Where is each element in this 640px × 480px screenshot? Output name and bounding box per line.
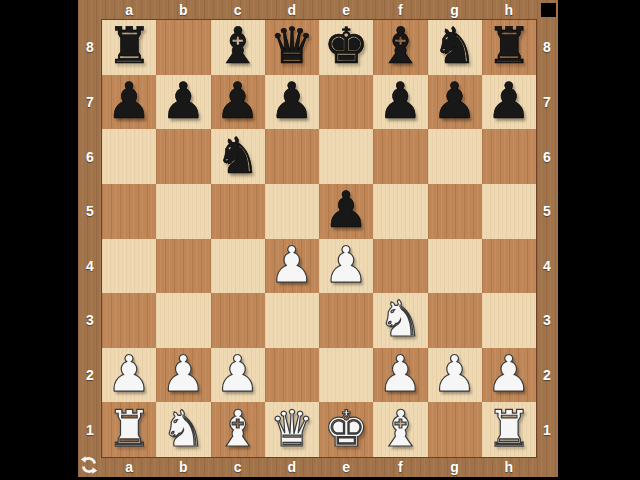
square-e8[interactable]: ♚ xyxy=(319,20,373,75)
piece-black-rook[interactable]: ♜ xyxy=(486,21,531,71)
square-c8[interactable]: ♝ xyxy=(211,20,265,75)
square-b7[interactable]: ♟ xyxy=(156,75,210,130)
square-g7[interactable]: ♟ xyxy=(428,75,482,130)
rank-label-7: 7 xyxy=(536,75,558,130)
file-label-h: h xyxy=(482,457,536,477)
chessboard-frame: abcdefgh ♜♝♛♚♝♞♜♟♟♟♟♟♟♟♞♟♟♟♞♟♟♟♟♟♟♜♞♝♛♚♝… xyxy=(78,0,558,477)
square-h4[interactable] xyxy=(482,239,536,294)
file-label-e: e xyxy=(319,0,373,20)
rank-label-5: 5 xyxy=(78,184,102,239)
square-b3[interactable] xyxy=(156,293,210,348)
video-frame: abcdefgh ♜♝♛♚♝♞♜♟♟♟♟♟♟♟♞♟♟♟♞♟♟♟♟♟♟♜♞♝♛♚♝… xyxy=(0,0,640,480)
file-label-a: a xyxy=(102,0,156,20)
piece-black-pawn[interactable]: ♟ xyxy=(432,76,477,126)
piece-white-knight[interactable]: ♞ xyxy=(378,294,423,344)
square-c1[interactable]: ♝ xyxy=(211,402,265,457)
file-labels-top: abcdefgh xyxy=(102,0,536,20)
file-label-f: f xyxy=(373,0,427,20)
square-e6[interactable] xyxy=(319,129,373,184)
side-to-move-indicator xyxy=(541,3,556,17)
rank-label-1: 1 xyxy=(78,402,102,457)
square-g8[interactable]: ♞ xyxy=(428,20,482,75)
file-label-h: h xyxy=(482,0,536,20)
square-g2[interactable]: ♟ xyxy=(428,348,482,403)
square-d7[interactable]: ♟ xyxy=(265,75,319,130)
square-h1[interactable]: ♜ xyxy=(482,402,536,457)
rank-label-3: 3 xyxy=(536,293,558,348)
piece-black-pawn[interactable]: ♟ xyxy=(107,76,152,126)
piece-black-pawn[interactable]: ♟ xyxy=(269,76,314,126)
square-f5[interactable] xyxy=(373,184,427,239)
file-label-g: g xyxy=(428,457,482,477)
square-c6[interactable]: ♞ xyxy=(211,129,265,184)
square-f4[interactable] xyxy=(373,239,427,294)
file-label-d: d xyxy=(265,0,319,20)
square-d5[interactable] xyxy=(265,184,319,239)
square-b2[interactable]: ♟ xyxy=(156,348,210,403)
piece-black-queen[interactable]: ♛ xyxy=(269,21,314,71)
square-c7[interactable]: ♟ xyxy=(211,75,265,130)
square-e4[interactable]: ♟ xyxy=(319,239,373,294)
rank-label-8: 8 xyxy=(536,20,558,75)
rank-label-2: 2 xyxy=(78,348,102,403)
rank-label-4: 4 xyxy=(78,239,102,294)
file-labels-bottom: abcdefgh xyxy=(102,457,536,477)
square-f2[interactable]: ♟ xyxy=(373,348,427,403)
square-e5[interactable]: ♟ xyxy=(319,184,373,239)
piece-black-bishop[interactable]: ♝ xyxy=(215,21,260,71)
square-g4[interactable] xyxy=(428,239,482,294)
rank-label-6: 6 xyxy=(78,129,102,184)
piece-black-pawn[interactable]: ♟ xyxy=(161,76,206,126)
piece-white-pawn[interactable]: ♟ xyxy=(324,240,369,290)
square-f7[interactable]: ♟ xyxy=(373,75,427,130)
file-label-f: f xyxy=(373,457,427,477)
piece-black-rook[interactable]: ♜ xyxy=(107,21,152,71)
piece-white-pawn[interactable]: ♟ xyxy=(107,349,152,399)
piece-black-knight[interactable]: ♞ xyxy=(432,21,477,71)
square-d6[interactable] xyxy=(265,129,319,184)
piece-black-pawn[interactable]: ♟ xyxy=(378,76,423,126)
square-h2[interactable]: ♟ xyxy=(482,348,536,403)
piece-white-pawn[interactable]: ♟ xyxy=(378,349,423,399)
square-c5[interactable] xyxy=(211,184,265,239)
square-b5[interactable] xyxy=(156,184,210,239)
square-g3[interactable] xyxy=(428,293,482,348)
piece-black-king[interactable]: ♚ xyxy=(324,21,369,71)
square-c2[interactable]: ♟ xyxy=(211,348,265,403)
square-a1[interactable]: ♜ xyxy=(102,402,156,457)
square-h6[interactable] xyxy=(482,129,536,184)
square-e3[interactable] xyxy=(319,293,373,348)
rank-label-1: 1 xyxy=(536,402,558,457)
square-h8[interactable]: ♜ xyxy=(482,20,536,75)
piece-white-rook[interactable]: ♜ xyxy=(107,404,152,454)
square-f1[interactable]: ♝ xyxy=(373,402,427,457)
square-a5[interactable] xyxy=(102,184,156,239)
rank-labels-right: 87654321 xyxy=(536,20,558,457)
square-a6[interactable] xyxy=(102,129,156,184)
square-e2[interactable] xyxy=(319,348,373,403)
rank-labels-left: 87654321 xyxy=(78,20,102,457)
square-g6[interactable] xyxy=(428,129,482,184)
square-h3[interactable] xyxy=(482,293,536,348)
rank-label-6: 6 xyxy=(536,129,558,184)
piece-white-pawn[interactable]: ♟ xyxy=(215,349,260,399)
square-d8[interactable]: ♛ xyxy=(265,20,319,75)
piece-white-queen[interactable]: ♛ xyxy=(269,404,314,454)
file-label-a: a xyxy=(102,457,156,477)
piece-white-knight[interactable]: ♞ xyxy=(161,404,206,454)
square-b4[interactable] xyxy=(156,239,210,294)
piece-white-rook[interactable]: ♜ xyxy=(486,404,531,454)
square-a3[interactable] xyxy=(102,293,156,348)
square-b8[interactable] xyxy=(156,20,210,75)
piece-white-pawn[interactable]: ♟ xyxy=(269,240,314,290)
piece-black-pawn[interactable]: ♟ xyxy=(486,76,531,126)
circular-arrows-icon xyxy=(80,456,98,474)
square-g5[interactable] xyxy=(428,184,482,239)
piece-white-king[interactable]: ♚ xyxy=(324,404,369,454)
square-f8[interactable]: ♝ xyxy=(373,20,427,75)
piece-white-bishop[interactable]: ♝ xyxy=(378,404,423,454)
square-a8[interactable]: ♜ xyxy=(102,20,156,75)
square-g1[interactable] xyxy=(428,402,482,457)
square-e7[interactable] xyxy=(319,75,373,130)
file-label-b: b xyxy=(156,457,210,477)
square-b1[interactable]: ♞ xyxy=(156,402,210,457)
square-a2[interactable]: ♟ xyxy=(102,348,156,403)
square-a4[interactable] xyxy=(102,239,156,294)
piece-white-bishop[interactable]: ♝ xyxy=(215,404,260,454)
rank-label-5: 5 xyxy=(536,184,558,239)
square-h7[interactable]: ♟ xyxy=(482,75,536,130)
square-c4[interactable] xyxy=(211,239,265,294)
square-d3[interactable] xyxy=(265,293,319,348)
rank-label-8: 8 xyxy=(78,20,102,75)
square-b6[interactable] xyxy=(156,129,210,184)
piece-black-knight[interactable]: ♞ xyxy=(215,131,260,181)
file-label-d: d xyxy=(265,457,319,477)
piece-black-pawn[interactable]: ♟ xyxy=(215,76,260,126)
square-h5[interactable] xyxy=(482,184,536,239)
piece-white-pawn[interactable]: ♟ xyxy=(161,349,206,399)
file-label-c: c xyxy=(211,0,265,20)
square-f6[interactable] xyxy=(373,129,427,184)
piece-black-bishop[interactable]: ♝ xyxy=(378,21,423,71)
square-d2[interactable] xyxy=(265,348,319,403)
piece-black-pawn[interactable]: ♟ xyxy=(324,185,369,235)
rank-label-7: 7 xyxy=(78,75,102,130)
chessboard[interactable]: ♜♝♛♚♝♞♜♟♟♟♟♟♟♟♞♟♟♟♞♟♟♟♟♟♟♜♞♝♛♚♝♜ xyxy=(102,20,536,457)
file-label-g: g xyxy=(428,0,482,20)
square-f3[interactable]: ♞ xyxy=(373,293,427,348)
flip-board-button[interactable] xyxy=(80,456,98,474)
file-label-e: e xyxy=(319,457,373,477)
file-label-b: b xyxy=(156,0,210,20)
piece-white-pawn[interactable]: ♟ xyxy=(486,349,531,399)
rank-label-2: 2 xyxy=(536,348,558,403)
piece-white-pawn[interactable]: ♟ xyxy=(432,349,477,399)
square-d4[interactable]: ♟ xyxy=(265,239,319,294)
square-c3[interactable] xyxy=(211,293,265,348)
square-d1[interactable]: ♛ xyxy=(265,402,319,457)
square-a7[interactable]: ♟ xyxy=(102,75,156,130)
rank-label-3: 3 xyxy=(78,293,102,348)
file-label-c: c xyxy=(211,457,265,477)
square-e1[interactable]: ♚ xyxy=(319,402,373,457)
rank-label-4: 4 xyxy=(536,239,558,294)
